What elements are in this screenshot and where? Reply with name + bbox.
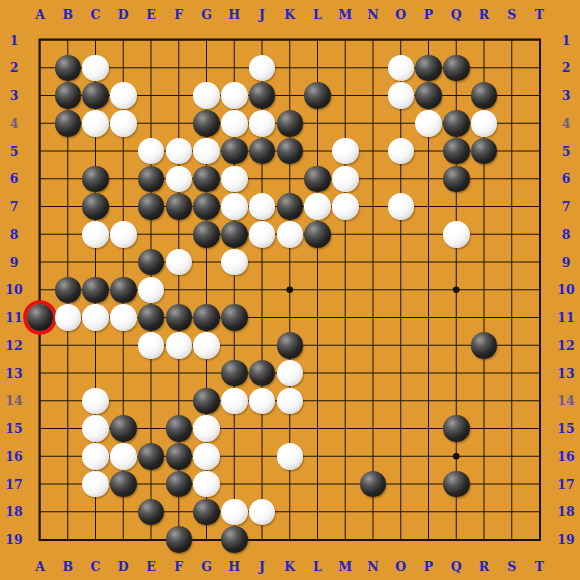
board-point-B16[interactable] [54, 442, 82, 470]
board-point-T4[interactable] [526, 109, 554, 137]
board-point-A14[interactable] [26, 387, 54, 415]
board-point-K12[interactable] [276, 331, 304, 359]
board-point-L11[interactable] [304, 304, 332, 332]
board-point-C1[interactable] [82, 26, 110, 54]
board-point-B17[interactable] [54, 470, 82, 498]
board-point-F19[interactable] [165, 526, 193, 554]
board-point-R15[interactable] [470, 415, 498, 443]
board-point-Q6[interactable] [442, 165, 470, 193]
board-point-E12[interactable] [137, 331, 165, 359]
board-point-G7[interactable] [193, 193, 221, 221]
board-point-N4[interactable] [359, 109, 387, 137]
board-point-L3[interactable] [304, 82, 332, 110]
board-point-R6[interactable] [470, 165, 498, 193]
board-point-P19[interactable] [415, 526, 443, 554]
board-point-M17[interactable] [331, 470, 359, 498]
board-point-L17[interactable] [304, 470, 332, 498]
board-point-G15[interactable] [193, 415, 221, 443]
board-point-E6[interactable] [137, 165, 165, 193]
board-point-J15[interactable] [248, 415, 276, 443]
board-point-Q2[interactable] [442, 54, 470, 82]
board-point-C15[interactable] [82, 415, 110, 443]
board-point-E16[interactable] [137, 442, 165, 470]
board-point-H9[interactable] [220, 248, 248, 276]
board-point-C5[interactable] [82, 137, 110, 165]
board-point-E10[interactable] [137, 276, 165, 304]
board-point-Q1[interactable] [442, 26, 470, 54]
board-point-L1[interactable] [304, 26, 332, 54]
board-point-B4[interactable] [54, 109, 82, 137]
board-point-R4[interactable] [470, 109, 498, 137]
board-point-K11[interactable] [276, 304, 304, 332]
board-point-E8[interactable] [137, 220, 165, 248]
board-point-N3[interactable] [359, 82, 387, 110]
board-point-B3[interactable] [54, 82, 82, 110]
board-point-C8[interactable] [82, 220, 110, 248]
board-point-K13[interactable] [276, 359, 304, 387]
board-point-T3[interactable] [526, 82, 554, 110]
board-point-R17[interactable] [470, 470, 498, 498]
board-point-E5[interactable] [137, 137, 165, 165]
board-point-R9[interactable] [470, 248, 498, 276]
board-point-B13[interactable] [54, 359, 82, 387]
board-point-R7[interactable] [470, 193, 498, 221]
board-point-H10[interactable] [220, 276, 248, 304]
board-point-T18[interactable] [526, 498, 554, 526]
board-point-D15[interactable] [109, 415, 137, 443]
board-point-F1[interactable] [165, 26, 193, 54]
board-point-S2[interactable] [498, 54, 526, 82]
board-point-D9[interactable] [109, 248, 137, 276]
board-point-A2[interactable] [26, 54, 54, 82]
board-point-S17[interactable] [498, 470, 526, 498]
board-point-K16[interactable] [276, 442, 304, 470]
board-point-A12[interactable] [26, 331, 54, 359]
board-point-R11[interactable] [470, 304, 498, 332]
board-point-A7[interactable] [26, 193, 54, 221]
board-point-A16[interactable] [26, 442, 54, 470]
board-point-O8[interactable] [387, 220, 415, 248]
board-point-T12[interactable] [526, 331, 554, 359]
board-point-T17[interactable] [526, 470, 554, 498]
board-point-K4[interactable] [276, 109, 304, 137]
board-point-E11[interactable] [137, 304, 165, 332]
board-point-O6[interactable] [387, 165, 415, 193]
board-point-C2[interactable] [82, 54, 110, 82]
board-point-B10[interactable] [54, 276, 82, 304]
board-point-L5[interactable] [304, 137, 332, 165]
board-point-E2[interactable] [137, 54, 165, 82]
board-point-G8[interactable] [193, 220, 221, 248]
board-point-G2[interactable] [193, 54, 221, 82]
board-point-A11[interactable] [26, 304, 54, 332]
board-point-A5[interactable] [26, 137, 54, 165]
board-point-N19[interactable] [359, 526, 387, 554]
board-point-L2[interactable] [304, 54, 332, 82]
board-point-K8[interactable] [276, 220, 304, 248]
board-point-H12[interactable] [220, 331, 248, 359]
board-point-Q5[interactable] [442, 137, 470, 165]
board-point-T11[interactable] [526, 304, 554, 332]
board-point-O12[interactable] [387, 331, 415, 359]
board-point-O2[interactable] [387, 54, 415, 82]
board-point-N18[interactable] [359, 498, 387, 526]
board-point-D3[interactable] [109, 82, 137, 110]
board-point-P8[interactable] [415, 220, 443, 248]
board-point-P18[interactable] [415, 498, 443, 526]
board-point-T14[interactable] [526, 387, 554, 415]
board-point-J18[interactable] [248, 498, 276, 526]
board-point-T16[interactable] [526, 442, 554, 470]
board-point-B14[interactable] [54, 387, 82, 415]
board-point-K15[interactable] [276, 415, 304, 443]
board-point-G14[interactable] [193, 387, 221, 415]
board-point-O17[interactable] [387, 470, 415, 498]
board-point-T15[interactable] [526, 415, 554, 443]
board-point-D17[interactable] [109, 470, 137, 498]
board-point-N15[interactable] [359, 415, 387, 443]
board-point-C17[interactable] [82, 470, 110, 498]
board-point-H15[interactable] [220, 415, 248, 443]
board-point-S10[interactable] [498, 276, 526, 304]
board-point-N1[interactable] [359, 26, 387, 54]
board-point-L16[interactable] [304, 442, 332, 470]
board-point-M7[interactable] [331, 193, 359, 221]
board-point-R10[interactable] [470, 276, 498, 304]
board-point-P5[interactable] [415, 137, 443, 165]
board-point-G6[interactable] [193, 165, 221, 193]
board-point-R8[interactable] [470, 220, 498, 248]
board-point-G10[interactable] [193, 276, 221, 304]
board-point-M11[interactable] [331, 304, 359, 332]
board-point-H19[interactable] [220, 526, 248, 554]
board-point-H14[interactable] [220, 387, 248, 415]
board-point-F10[interactable] [165, 276, 193, 304]
board-point-J10[interactable] [248, 276, 276, 304]
board-point-J14[interactable] [248, 387, 276, 415]
board-point-H8[interactable] [220, 220, 248, 248]
board-point-S5[interactable] [498, 137, 526, 165]
board-point-Q11[interactable] [442, 304, 470, 332]
board-point-R19[interactable] [470, 526, 498, 554]
board-point-G4[interactable] [193, 109, 221, 137]
board-point-G18[interactable] [193, 498, 221, 526]
board-point-P16[interactable] [415, 442, 443, 470]
board-point-M13[interactable] [331, 359, 359, 387]
board-point-F9[interactable] [165, 248, 193, 276]
board-point-H5[interactable] [220, 137, 248, 165]
board-point-N5[interactable] [359, 137, 387, 165]
board-point-O3[interactable] [387, 82, 415, 110]
board-point-M16[interactable] [331, 442, 359, 470]
board-point-E3[interactable] [137, 82, 165, 110]
board-point-M5[interactable] [331, 137, 359, 165]
board-point-J16[interactable] [248, 442, 276, 470]
board-point-D8[interactable] [109, 220, 137, 248]
board-point-Q12[interactable] [442, 331, 470, 359]
board-point-T7[interactable] [526, 193, 554, 221]
board-point-L6[interactable] [304, 165, 332, 193]
board-point-N11[interactable] [359, 304, 387, 332]
board-point-L15[interactable] [304, 415, 332, 443]
board-point-F7[interactable] [165, 193, 193, 221]
board-point-E19[interactable] [137, 526, 165, 554]
board-point-P6[interactable] [415, 165, 443, 193]
board-point-C4[interactable] [82, 109, 110, 137]
board-point-E9[interactable] [137, 248, 165, 276]
board-point-O14[interactable] [387, 387, 415, 415]
board-point-G3[interactable] [193, 82, 221, 110]
board-point-O19[interactable] [387, 526, 415, 554]
board-point-M4[interactable] [331, 109, 359, 137]
board-point-A8[interactable] [26, 220, 54, 248]
board-point-N9[interactable] [359, 248, 387, 276]
board-point-H17[interactable] [220, 470, 248, 498]
board-point-T10[interactable] [526, 276, 554, 304]
board-point-S12[interactable] [498, 331, 526, 359]
board-point-L18[interactable] [304, 498, 332, 526]
board-point-Q18[interactable] [442, 498, 470, 526]
board-point-H4[interactable] [220, 109, 248, 137]
board-point-F16[interactable] [165, 442, 193, 470]
board-point-N10[interactable] [359, 276, 387, 304]
board-point-S6[interactable] [498, 165, 526, 193]
board-point-D5[interactable] [109, 137, 137, 165]
board-point-M1[interactable] [331, 26, 359, 54]
board-point-Q8[interactable] [442, 220, 470, 248]
board-point-N8[interactable] [359, 220, 387, 248]
board-point-L9[interactable] [304, 248, 332, 276]
board-point-R13[interactable] [470, 359, 498, 387]
board-point-R14[interactable] [470, 387, 498, 415]
board-point-D18[interactable] [109, 498, 137, 526]
board-point-D2[interactable] [109, 54, 137, 82]
board-point-A3[interactable] [26, 82, 54, 110]
board-point-P13[interactable] [415, 359, 443, 387]
board-point-Q15[interactable] [442, 415, 470, 443]
board-point-F15[interactable] [165, 415, 193, 443]
board-point-Q7[interactable] [442, 193, 470, 221]
board-point-O13[interactable] [387, 359, 415, 387]
board-point-J7[interactable] [248, 193, 276, 221]
board-point-S16[interactable] [498, 442, 526, 470]
board-point-P11[interactable] [415, 304, 443, 332]
board-point-F8[interactable] [165, 220, 193, 248]
board-point-G13[interactable] [193, 359, 221, 387]
board-point-O4[interactable] [387, 109, 415, 137]
board-point-R16[interactable] [470, 442, 498, 470]
board-point-F5[interactable] [165, 137, 193, 165]
board-point-T19[interactable] [526, 526, 554, 554]
board-point-L7[interactable] [304, 193, 332, 221]
board-point-G16[interactable] [193, 442, 221, 470]
board-point-D14[interactable] [109, 387, 137, 415]
board-point-O11[interactable] [387, 304, 415, 332]
board-point-F14[interactable] [165, 387, 193, 415]
board-point-R2[interactable] [470, 54, 498, 82]
board-point-J6[interactable] [248, 165, 276, 193]
board-point-O16[interactable] [387, 442, 415, 470]
board-point-A17[interactable] [26, 470, 54, 498]
board-point-H11[interactable] [220, 304, 248, 332]
board-point-J17[interactable] [248, 470, 276, 498]
board-point-P15[interactable] [415, 415, 443, 443]
board-point-T9[interactable] [526, 248, 554, 276]
board-point-K5[interactable] [276, 137, 304, 165]
board-point-Q10[interactable] [442, 276, 470, 304]
board-point-C3[interactable] [82, 82, 110, 110]
board-point-F13[interactable] [165, 359, 193, 387]
board-point-S11[interactable] [498, 304, 526, 332]
board-point-O1[interactable] [387, 26, 415, 54]
board-point-A9[interactable] [26, 248, 54, 276]
board-point-D11[interactable] [109, 304, 137, 332]
board-point-E13[interactable] [137, 359, 165, 387]
board-point-P4[interactable] [415, 109, 443, 137]
board-point-E7[interactable] [137, 193, 165, 221]
board-point-K14[interactable] [276, 387, 304, 415]
board-point-L10[interactable] [304, 276, 332, 304]
board-point-E18[interactable] [137, 498, 165, 526]
board-point-B2[interactable] [54, 54, 82, 82]
board-point-K10[interactable] [276, 276, 304, 304]
board-point-Q19[interactable] [442, 526, 470, 554]
board-point-Q9[interactable] [442, 248, 470, 276]
board-point-J11[interactable] [248, 304, 276, 332]
board-point-F4[interactable] [165, 109, 193, 137]
board-point-J8[interactable] [248, 220, 276, 248]
board-point-J2[interactable] [248, 54, 276, 82]
board-point-B15[interactable] [54, 415, 82, 443]
board-point-G12[interactable] [193, 331, 221, 359]
board-point-O5[interactable] [387, 137, 415, 165]
board-point-R18[interactable] [470, 498, 498, 526]
board-point-B5[interactable] [54, 137, 82, 165]
board-point-H6[interactable] [220, 165, 248, 193]
board-point-L8[interactable] [304, 220, 332, 248]
board-point-T13[interactable] [526, 359, 554, 387]
board-point-F12[interactable] [165, 331, 193, 359]
board-point-L12[interactable] [304, 331, 332, 359]
board-point-D7[interactable] [109, 193, 137, 221]
board-point-A6[interactable] [26, 165, 54, 193]
board-point-H1[interactable] [220, 26, 248, 54]
board-point-C11[interactable] [82, 304, 110, 332]
board-point-S8[interactable] [498, 220, 526, 248]
board-point-A1[interactable] [26, 26, 54, 54]
board-point-T2[interactable] [526, 54, 554, 82]
board-point-D4[interactable] [109, 109, 137, 137]
board-point-H16[interactable] [220, 442, 248, 470]
board-point-R12[interactable] [470, 331, 498, 359]
board-point-B9[interactable] [54, 248, 82, 276]
board-point-M14[interactable] [331, 387, 359, 415]
board-point-G9[interactable] [193, 248, 221, 276]
board-point-F2[interactable] [165, 54, 193, 82]
board-point-M8[interactable] [331, 220, 359, 248]
board-point-C9[interactable] [82, 248, 110, 276]
board-point-A4[interactable] [26, 109, 54, 137]
board-point-M18[interactable] [331, 498, 359, 526]
board-point-S3[interactable] [498, 82, 526, 110]
board-point-P1[interactable] [415, 26, 443, 54]
board-point-C7[interactable] [82, 193, 110, 221]
board-point-N17[interactable] [359, 470, 387, 498]
board-point-B19[interactable] [54, 526, 82, 554]
board-point-F17[interactable] [165, 470, 193, 498]
board-point-D13[interactable] [109, 359, 137, 387]
board-point-S7[interactable] [498, 193, 526, 221]
board-point-K7[interactable] [276, 193, 304, 221]
board-point-S13[interactable] [498, 359, 526, 387]
board-point-H13[interactable] [220, 359, 248, 387]
board-point-B6[interactable] [54, 165, 82, 193]
board-point-T5[interactable] [526, 137, 554, 165]
board-point-J1[interactable] [248, 26, 276, 54]
board-point-B18[interactable] [54, 498, 82, 526]
board-point-K18[interactable] [276, 498, 304, 526]
board-point-L13[interactable] [304, 359, 332, 387]
board-point-D10[interactable] [109, 276, 137, 304]
board-point-K6[interactable] [276, 165, 304, 193]
board-point-O18[interactable] [387, 498, 415, 526]
board-point-J13[interactable] [248, 359, 276, 387]
board-point-C10[interactable] [82, 276, 110, 304]
board-point-L14[interactable] [304, 387, 332, 415]
board-point-C19[interactable] [82, 526, 110, 554]
board-point-O10[interactable] [387, 276, 415, 304]
board-point-T8[interactable] [526, 220, 554, 248]
board-point-O7[interactable] [387, 193, 415, 221]
board-point-P2[interactable] [415, 54, 443, 82]
board-point-Q13[interactable] [442, 359, 470, 387]
board-point-G1[interactable] [193, 26, 221, 54]
board-point-C13[interactable] [82, 359, 110, 387]
board-point-C18[interactable] [82, 498, 110, 526]
board-point-G17[interactable] [193, 470, 221, 498]
board-point-B12[interactable] [54, 331, 82, 359]
board-point-B7[interactable] [54, 193, 82, 221]
board-point-K19[interactable] [276, 526, 304, 554]
board-point-T6[interactable] [526, 165, 554, 193]
board-point-R3[interactable] [470, 82, 498, 110]
board-point-P17[interactable] [415, 470, 443, 498]
board-point-J3[interactable] [248, 82, 276, 110]
board-point-D6[interactable] [109, 165, 137, 193]
board-point-H3[interactable] [220, 82, 248, 110]
board-point-S18[interactable] [498, 498, 526, 526]
board-point-N14[interactable] [359, 387, 387, 415]
board-point-F3[interactable] [165, 82, 193, 110]
board-point-O9[interactable] [387, 248, 415, 276]
board-point-N6[interactable] [359, 165, 387, 193]
board-point-N13[interactable] [359, 359, 387, 387]
board-point-M9[interactable] [331, 248, 359, 276]
board-point-J19[interactable] [248, 526, 276, 554]
board-point-C12[interactable] [82, 331, 110, 359]
board-point-P7[interactable] [415, 193, 443, 221]
board-point-R5[interactable] [470, 137, 498, 165]
board-point-H18[interactable] [220, 498, 248, 526]
board-point-Q17[interactable] [442, 470, 470, 498]
board-point-M10[interactable] [331, 276, 359, 304]
board-point-M12[interactable] [331, 331, 359, 359]
board-point-J9[interactable] [248, 248, 276, 276]
board-point-G11[interactable] [193, 304, 221, 332]
board-point-M6[interactable] [331, 165, 359, 193]
board-point-S9[interactable] [498, 248, 526, 276]
board-point-S1[interactable] [498, 26, 526, 54]
